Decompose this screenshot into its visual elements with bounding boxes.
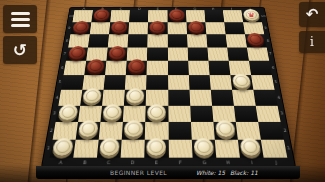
square-F6[interactable]	[168, 61, 189, 75]
square-F9[interactable]	[167, 22, 186, 34]
file-label-bottom-H: H	[216, 160, 240, 165]
square-I6[interactable]	[229, 61, 251, 75]
rank-label-right-6: 6	[270, 66, 276, 69]
square-I10[interactable]	[223, 10, 243, 22]
piece-white-king-J10[interactable]: ♛	[243, 9, 260, 20]
file-label-bottom-C: C	[96, 160, 120, 165]
rank-label-right-9: 9	[263, 27, 268, 30]
square-A2[interactable]	[53, 122, 78, 139]
square-G4[interactable]	[189, 90, 212, 106]
piece-red-man-G9[interactable]	[188, 21, 205, 33]
square-I4[interactable]	[232, 90, 256, 106]
menu-button[interactable]	[3, 5, 37, 33]
square-C6[interactable]	[105, 61, 127, 75]
file-label-bottom-F: F	[168, 160, 192, 165]
square-E6[interactable]	[147, 61, 168, 75]
square-J7[interactable]	[247, 47, 269, 60]
square-J4[interactable]	[253, 90, 277, 106]
board: AABBCCDDEEFFGGHHIIJJ10109988776655443322…	[42, 7, 295, 167]
rank-label-right-5: 5	[273, 80, 279, 84]
square-D10[interactable]	[129, 10, 148, 22]
square-D8[interactable]	[128, 34, 148, 47]
square-H1[interactable]	[214, 139, 239, 157]
square-I7[interactable]	[227, 47, 249, 60]
square-G3[interactable]	[190, 105, 213, 121]
square-E4[interactable]	[146, 90, 168, 106]
square-H6[interactable]	[208, 61, 230, 75]
square-F1[interactable]	[168, 139, 192, 157]
undo-arrow-icon: ↶	[306, 7, 319, 22]
square-F4[interactable]	[168, 90, 190, 106]
rank-label-right-7: 7	[268, 52, 274, 55]
file-label-bottom-I: I	[240, 160, 265, 165]
square-B9[interactable]	[90, 22, 111, 34]
file-label-bottom-J: J	[264, 160, 289, 165]
square-C5[interactable]	[104, 75, 126, 90]
file-label-bottom-E: E	[144, 160, 168, 165]
square-J3[interactable]	[256, 105, 281, 121]
square-F3[interactable]	[168, 105, 191, 121]
square-I8[interactable]	[225, 34, 246, 47]
file-label-bottom-G: G	[192, 160, 216, 165]
square-B3[interactable]	[78, 105, 102, 121]
square-E5[interactable]	[146, 75, 167, 90]
square-I3[interactable]	[234, 105, 258, 121]
rank-label-right-3: 3	[279, 112, 285, 116]
info-icon: i	[310, 36, 314, 48]
square-G6[interactable]	[188, 61, 209, 75]
square-J2[interactable]	[258, 122, 284, 139]
rank-label-right-10: 10	[261, 15, 266, 18]
square-D1[interactable]	[121, 139, 145, 157]
square-G5[interactable]	[189, 75, 211, 90]
board-scene: AABBCCDDEEFFGGHHIIJJ10109988776655443322…	[0, 0, 325, 182]
undo-button[interactable]: ↶	[299, 2, 325, 27]
piece-white-man-G1[interactable]	[193, 138, 214, 156]
square-H7[interactable]	[207, 47, 228, 60]
square-C2[interactable]	[99, 122, 123, 139]
square-H3[interactable]	[212, 105, 236, 121]
square-C4[interactable]	[102, 90, 125, 106]
level-label: BEGINNER LEVEL	[76, 169, 201, 176]
square-G2[interactable]	[191, 122, 215, 139]
square-F7[interactable]	[167, 47, 187, 60]
square-A4[interactable]	[58, 90, 82, 106]
square-F2[interactable]	[168, 122, 191, 139]
file-label-bottom-B: B	[72, 160, 96, 165]
piece-red-man-F10[interactable]	[169, 9, 185, 20]
square-F8[interactable]	[167, 34, 187, 47]
hamburger-icon	[11, 12, 30, 15]
square-A5[interactable]	[61, 75, 84, 90]
square-J1[interactable]	[261, 139, 288, 157]
square-H10[interactable]	[204, 10, 224, 22]
square-E2[interactable]	[145, 122, 168, 139]
square-D3[interactable]	[123, 105, 146, 121]
square-G8[interactable]	[187, 34, 207, 47]
square-I2[interactable]	[236, 122, 261, 139]
restart-button[interactable]: ↺	[3, 36, 37, 64]
square-J5[interactable]	[251, 75, 275, 90]
square-G7[interactable]	[187, 47, 208, 60]
square-E7[interactable]	[147, 47, 167, 60]
square-H4[interactable]	[211, 90, 234, 106]
rank-label-right-2: 2	[282, 128, 288, 132]
square-B8[interactable]	[88, 34, 109, 47]
square-E8[interactable]	[148, 34, 168, 47]
status-bar: BEGINNER LEVEL White: 15 Black: 11	[36, 166, 300, 179]
rank-label-right-8: 8	[265, 39, 270, 42]
square-A6[interactable]	[64, 61, 87, 75]
rank-label-right-1: 1	[285, 146, 292, 150]
game-screen: AABBCCDDEEFFGGHHIIJJ10109988776655443322…	[0, 0, 325, 182]
square-H8[interactable]	[206, 34, 227, 47]
square-H9[interactable]	[205, 22, 225, 34]
square-J6[interactable]	[249, 61, 272, 75]
rank-label-right-4: 4	[276, 96, 282, 100]
square-D9[interactable]	[129, 22, 149, 34]
file-label-bottom-A: A	[48, 160, 73, 165]
white-score: White: 15	[196, 169, 225, 176]
black-score: Black: 11	[230, 169, 258, 176]
square-B1[interactable]	[73, 139, 99, 157]
info-button[interactable]: i	[299, 31, 325, 53]
square-I9[interactable]	[224, 22, 245, 34]
file-label-bottom-D: D	[120, 160, 144, 165]
square-H5[interactable]	[209, 75, 232, 90]
restart-arrow-icon: ↺	[13, 42, 27, 59]
king-crown-icon: ♛	[243, 9, 260, 20]
square-F5[interactable]	[168, 75, 189, 90]
